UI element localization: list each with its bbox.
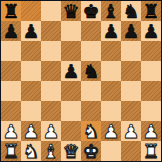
square-h2[interactable]: ♟	[141, 121, 161, 141]
square-b3[interactable]	[21, 101, 41, 121]
square-f3[interactable]	[101, 101, 121, 121]
square-h7[interactable]: ♟	[141, 21, 161, 41]
square-b2[interactable]: ♟	[21, 121, 41, 141]
square-a1[interactable]: ♜	[1, 141, 21, 161]
square-a4[interactable]	[1, 81, 21, 101]
piece-black-pawn[interactable]: ♟	[142, 21, 159, 41]
square-b6[interactable]	[21, 41, 41, 61]
square-d7[interactable]	[61, 21, 81, 41]
square-f8[interactable]: ♝	[101, 1, 121, 21]
piece-black-king[interactable]: ♚	[82, 1, 99, 21]
square-b4[interactable]	[21, 81, 41, 101]
square-f2[interactable]: ♟	[101, 121, 121, 141]
square-h1[interactable]: ♜	[141, 141, 161, 161]
piece-white-pawn[interactable]: ♟	[122, 121, 139, 141]
square-d4[interactable]	[61, 81, 81, 101]
square-h6[interactable]	[141, 41, 161, 61]
square-b1[interactable]: ♞	[21, 141, 41, 161]
board-edge: ♜♛♚♝♞♜♟♟♟♟♟♟♞♟♟♟♞♟♟♟♜♞♝♛♚♜	[0, 0, 162, 162]
piece-black-pawn[interactable]: ♟	[22, 21, 39, 41]
piece-black-pawn[interactable]: ♟	[102, 21, 119, 41]
piece-white-rook[interactable]: ♜	[142, 141, 159, 161]
piece-black-rook[interactable]: ♜	[142, 1, 159, 21]
square-d6[interactable]	[61, 41, 81, 61]
piece-black-knight[interactable]: ♞	[82, 61, 99, 81]
square-h5[interactable]	[141, 61, 161, 81]
square-a8[interactable]: ♜	[1, 1, 21, 21]
square-d1[interactable]: ♛	[61, 141, 81, 161]
square-e2[interactable]: ♞	[81, 121, 101, 141]
square-a6[interactable]	[1, 41, 21, 61]
square-f5[interactable]	[101, 61, 121, 81]
square-c7[interactable]	[41, 21, 61, 41]
square-h3[interactable]	[141, 101, 161, 121]
piece-white-knight[interactable]: ♞	[82, 121, 99, 141]
piece-white-pawn[interactable]: ♟	[142, 121, 159, 141]
square-g2[interactable]: ♟	[121, 121, 141, 141]
square-h4[interactable]	[141, 81, 161, 101]
square-e7[interactable]	[81, 21, 101, 41]
square-f6[interactable]	[101, 41, 121, 61]
piece-black-pawn[interactable]: ♟	[122, 21, 139, 41]
square-b8[interactable]	[21, 1, 41, 21]
square-c6[interactable]	[41, 41, 61, 61]
square-a3[interactable]	[1, 101, 21, 121]
square-c3[interactable]	[41, 101, 61, 121]
square-g7[interactable]: ♟	[121, 21, 141, 41]
square-f7[interactable]: ♟	[101, 21, 121, 41]
piece-white-pawn[interactable]: ♟	[42, 121, 59, 141]
square-h8[interactable]: ♜	[141, 1, 161, 21]
square-c1[interactable]: ♝	[41, 141, 61, 161]
piece-white-queen[interactable]: ♛	[62, 141, 79, 161]
square-e6[interactable]	[81, 41, 101, 61]
square-a5[interactable]	[1, 61, 21, 81]
square-b5[interactable]	[21, 61, 41, 81]
square-e4[interactable]	[81, 81, 101, 101]
square-a7[interactable]: ♟	[1, 21, 21, 41]
piece-white-king[interactable]: ♚	[82, 141, 99, 161]
square-f1[interactable]	[101, 141, 121, 161]
piece-black-knight[interactable]: ♞	[122, 1, 139, 21]
square-g3[interactable]	[121, 101, 141, 121]
square-e5[interactable]: ♞	[81, 61, 101, 81]
square-d8[interactable]: ♛	[61, 1, 81, 21]
piece-black-rook[interactable]: ♜	[2, 1, 19, 21]
piece-white-bishop[interactable]: ♝	[42, 141, 59, 161]
square-f4[interactable]	[101, 81, 121, 101]
square-g1[interactable]	[121, 141, 141, 161]
square-e1[interactable]: ♚	[81, 141, 101, 161]
square-e8[interactable]: ♚	[81, 1, 101, 21]
piece-black-pawn[interactable]: ♟	[2, 21, 19, 41]
square-b7[interactable]: ♟	[21, 21, 41, 41]
square-c4[interactable]	[41, 81, 61, 101]
square-g4[interactable]	[121, 81, 141, 101]
piece-white-pawn[interactable]: ♟	[22, 121, 39, 141]
square-d3[interactable]	[61, 101, 81, 121]
piece-white-rook[interactable]: ♜	[2, 141, 19, 161]
square-c5[interactable]	[41, 61, 61, 81]
square-d5[interactable]: ♟	[61, 61, 81, 81]
piece-black-pawn[interactable]: ♟	[62, 61, 79, 81]
piece-white-pawn[interactable]: ♟	[102, 121, 119, 141]
square-e3[interactable]	[81, 101, 101, 121]
square-c2[interactable]: ♟	[41, 121, 61, 141]
square-g8[interactable]: ♞	[121, 1, 141, 21]
square-g5[interactable]	[121, 61, 141, 81]
square-g6[interactable]	[121, 41, 141, 61]
square-d2[interactable]	[61, 121, 81, 141]
square-c8[interactable]	[41, 1, 61, 21]
square-a2[interactable]: ♟	[1, 121, 21, 141]
piece-black-queen[interactable]: ♛	[62, 1, 79, 21]
piece-white-pawn[interactable]: ♟	[2, 121, 19, 141]
chess-board: ♜♛♚♝♞♜♟♟♟♟♟♟♞♟♟♟♞♟♟♟♜♞♝♛♚♜	[1, 1, 161, 161]
piece-white-knight[interactable]: ♞	[22, 141, 39, 161]
piece-black-bishop[interactable]: ♝	[102, 1, 119, 21]
